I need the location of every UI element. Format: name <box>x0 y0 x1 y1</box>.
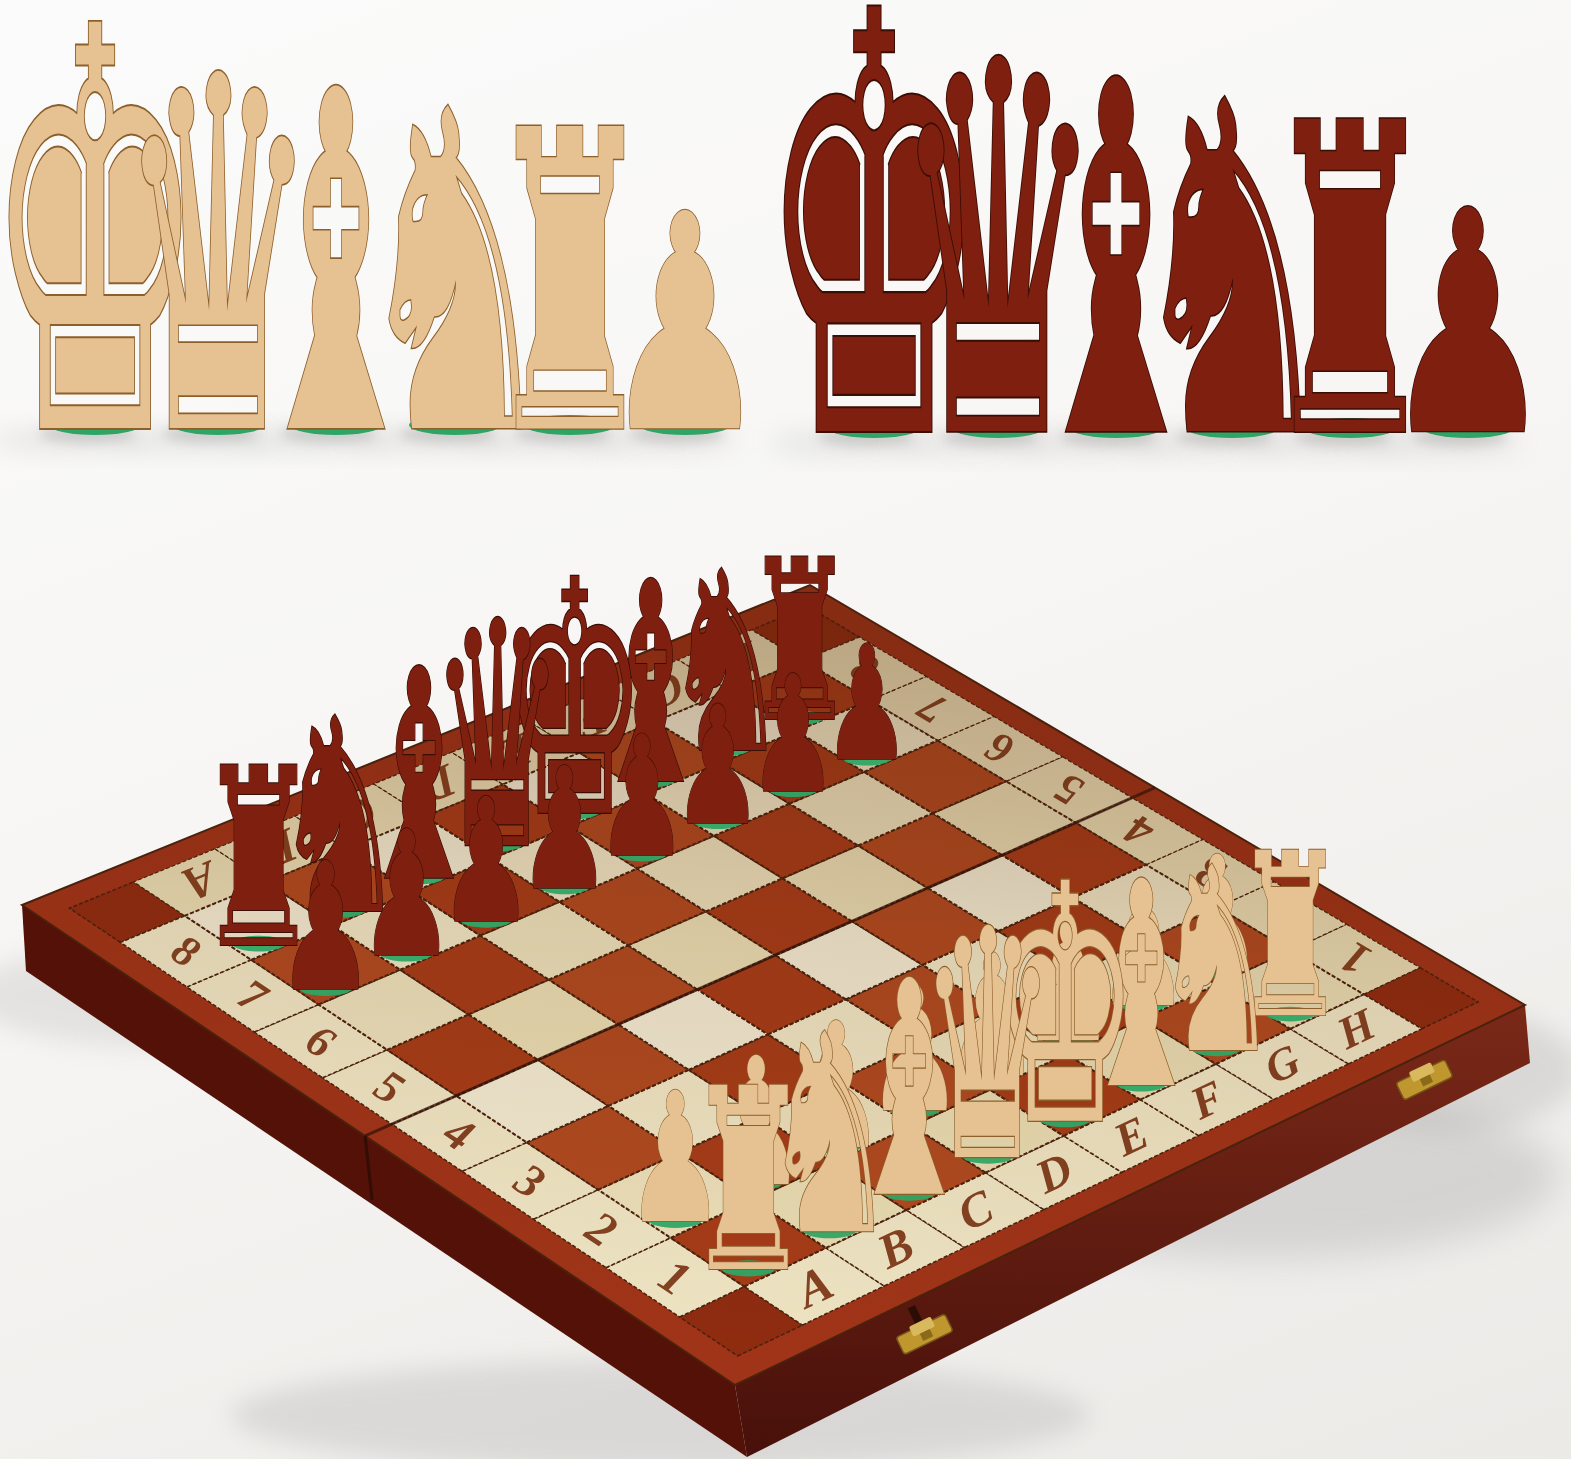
tray-piece-light-pawn: ♟ <box>602 150 768 499</box>
tray-piece-dark-pawn: ♟ <box>1382 145 1553 503</box>
scene: Hand-carved wooden folding chess set, st… <box>0 0 1571 1459</box>
piece-black-pawn-a7: ♟ <box>277 824 375 1031</box>
chess-set-photo: AA11BB22CC33DD44EE55FF66GG77HH88♜♞♟♝♟♚♟♛… <box>0 0 1571 1459</box>
piece-white-rook-a1: ♜ <box>686 1034 811 1329</box>
